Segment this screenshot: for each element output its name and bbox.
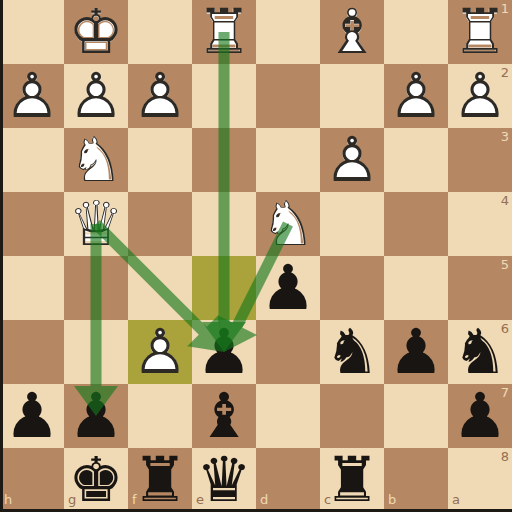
white-piece-outline: ♕	[64, 192, 128, 256]
square-a3[interactable]	[448, 128, 512, 192]
square-f8[interactable]: ♜	[128, 448, 192, 512]
square-c3[interactable]: ♟♙	[320, 128, 384, 192]
white-piece-outline: ♔	[64, 0, 128, 64]
black-knight-a6[interactable]: ♞	[448, 320, 512, 384]
square-h5[interactable]	[0, 256, 64, 320]
square-b6[interactable]: ♟	[384, 320, 448, 384]
square-b3[interactable]	[384, 128, 448, 192]
square-d4[interactable]: ♞♘	[256, 192, 320, 256]
square-b5[interactable]	[384, 256, 448, 320]
square-g8[interactable]: ♚	[64, 448, 128, 512]
black-pawn-a7[interactable]: ♟	[448, 384, 512, 448]
black-king-g8[interactable]: ♚	[64, 448, 128, 512]
square-b2[interactable]: ♟♙	[384, 64, 448, 128]
black-pawn-g7[interactable]: ♟	[64, 384, 128, 448]
white-piece-outline: ♖	[192, 0, 256, 64]
viewport-edge-left	[0, 0, 3, 512]
square-h1[interactable]	[0, 0, 64, 64]
black-queen-e8[interactable]: ♛	[192, 448, 256, 512]
white-king-g1[interactable]: ♚♔	[64, 0, 128, 64]
black-pawn-e6[interactable]: ♟	[192, 320, 256, 384]
white-piece-outline: ♙	[128, 64, 192, 128]
white-pawn-c3[interactable]: ♟♙	[320, 128, 384, 192]
square-d6[interactable]	[256, 320, 320, 384]
square-f7[interactable]	[128, 384, 192, 448]
white-pawn-h2[interactable]: ♟♙	[0, 64, 64, 128]
square-e1[interactable]: ♜♖	[192, 0, 256, 64]
square-d3[interactable]	[256, 128, 320, 192]
white-pawn-a2[interactable]: ♟♙	[448, 64, 512, 128]
black-pawn-b6[interactable]: ♟	[384, 320, 448, 384]
square-c8[interactable]: ♜	[320, 448, 384, 512]
square-d8[interactable]	[256, 448, 320, 512]
square-e3[interactable]	[192, 128, 256, 192]
square-b8[interactable]	[384, 448, 448, 512]
black-knight-c6[interactable]: ♞	[320, 320, 384, 384]
white-pawn-g2[interactable]: ♟♙	[64, 64, 128, 128]
square-h4[interactable]	[0, 192, 64, 256]
white-bishop-c1[interactable]: ♝♗	[320, 0, 384, 64]
square-a6[interactable]: ♞	[448, 320, 512, 384]
white-knight-d4[interactable]: ♞♘	[256, 192, 320, 256]
white-piece-outline: ♖	[448, 0, 512, 64]
white-piece-outline: ♙	[0, 64, 64, 128]
white-piece-outline: ♙	[64, 64, 128, 128]
square-h6[interactable]	[0, 320, 64, 384]
square-h3[interactable]	[0, 128, 64, 192]
square-a2[interactable]: ♟♙	[448, 64, 512, 128]
white-piece-outline: ♙	[384, 64, 448, 128]
square-d2[interactable]	[256, 64, 320, 128]
square-a5[interactable]	[448, 256, 512, 320]
square-e4[interactable]	[192, 192, 256, 256]
white-piece-outline: ♘	[64, 128, 128, 192]
square-e8[interactable]: ♛	[192, 448, 256, 512]
white-knight-g3[interactable]: ♞♘	[64, 128, 128, 192]
square-c1[interactable]: ♝♗	[320, 0, 384, 64]
square-f6[interactable]: ♟♙	[128, 320, 192, 384]
square-d1[interactable]	[256, 0, 320, 64]
square-h2[interactable]: ♟♙	[0, 64, 64, 128]
square-h8[interactable]	[0, 448, 64, 512]
square-d5[interactable]: ♟	[256, 256, 320, 320]
board-viewport: ♚♔♜♖♝♗♜♖♟♙♟♙♟♙♟♙♟♙♞♘♟♙♛♕♞♘♟♟♙♟♞♟♞♟♟♝♟♚♜♛…	[0, 0, 512, 512]
chess-board: ♚♔♜♖♝♗♜♖♟♙♟♙♟♙♟♙♟♙♞♘♟♙♛♕♞♘♟♟♙♟♞♟♞♟♟♝♟♚♜♛…	[0, 0, 512, 512]
white-rook-e1[interactable]: ♜♖	[192, 0, 256, 64]
black-bishop-e7[interactable]: ♝	[192, 384, 256, 448]
white-queen-g4[interactable]: ♛♕	[64, 192, 128, 256]
square-b7[interactable]	[384, 384, 448, 448]
white-pawn-f2[interactable]: ♟♙	[128, 64, 192, 128]
square-g5[interactable]	[64, 256, 128, 320]
square-f3[interactable]	[128, 128, 192, 192]
white-rook-a1[interactable]: ♜♖	[448, 0, 512, 64]
black-rook-c8[interactable]: ♜	[320, 448, 384, 512]
square-a8[interactable]	[448, 448, 512, 512]
square-f1[interactable]	[128, 0, 192, 64]
white-piece-outline: ♗	[320, 0, 384, 64]
square-h7[interactable]: ♟	[0, 384, 64, 448]
square-g3[interactable]: ♞♘	[64, 128, 128, 192]
square-f5[interactable]	[128, 256, 192, 320]
square-a1[interactable]: ♜♖	[448, 0, 512, 64]
white-pawn-f6[interactable]: ♟♙	[128, 320, 192, 384]
square-c2[interactable]	[320, 64, 384, 128]
square-g2[interactable]: ♟♙	[64, 64, 128, 128]
square-a7[interactable]: ♟	[448, 384, 512, 448]
square-e7[interactable]: ♝	[192, 384, 256, 448]
square-g1[interactable]: ♚♔	[64, 0, 128, 64]
square-g6[interactable]	[64, 320, 128, 384]
black-pawn-h7[interactable]: ♟	[0, 384, 64, 448]
square-c5[interactable]	[320, 256, 384, 320]
square-e6[interactable]: ♟	[192, 320, 256, 384]
square-g4[interactable]: ♛♕	[64, 192, 128, 256]
square-b4[interactable]	[384, 192, 448, 256]
white-piece-outline: ♙	[128, 320, 192, 384]
white-piece-outline: ♙	[448, 64, 512, 128]
square-a4[interactable]	[448, 192, 512, 256]
white-piece-outline: ♙	[320, 128, 384, 192]
white-piece-outline: ♘	[256, 192, 320, 256]
square-e2[interactable]	[192, 64, 256, 128]
black-pawn-d5[interactable]: ♟	[256, 256, 320, 320]
square-f2[interactable]: ♟♙	[128, 64, 192, 128]
square-c4[interactable]	[320, 192, 384, 256]
white-pawn-b2[interactable]: ♟♙	[384, 64, 448, 128]
square-c6[interactable]: ♞	[320, 320, 384, 384]
black-rook-f8[interactable]: ♜	[128, 448, 192, 512]
square-g7[interactable]: ♟	[64, 384, 128, 448]
square-b1[interactable]	[384, 0, 448, 64]
square-e5[interactable]	[192, 256, 256, 320]
square-d7[interactable]	[256, 384, 320, 448]
square-f4[interactable]	[128, 192, 192, 256]
square-c7[interactable]	[320, 384, 384, 448]
